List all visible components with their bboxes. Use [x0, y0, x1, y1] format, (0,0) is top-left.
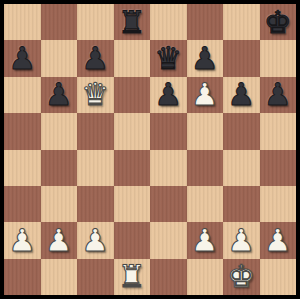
square-b8[interactable]	[41, 4, 78, 40]
square-h2[interactable]: ♟	[260, 222, 297, 258]
square-h7[interactable]	[260, 40, 297, 76]
square-g4[interactable]	[223, 150, 260, 186]
piece-black-queen[interactable]: ♛	[154, 43, 182, 74]
square-h5[interactable]	[260, 113, 297, 149]
piece-white-pawn[interactable]: ♟	[191, 79, 219, 110]
piece-black-pawn[interactable]: ♟	[81, 43, 109, 74]
square-a2[interactable]: ♟	[4, 222, 41, 258]
square-f6[interactable]: ♟	[187, 77, 224, 113]
piece-white-queen[interactable]: ♛	[81, 79, 109, 110]
square-d8[interactable]: ♜	[114, 4, 151, 40]
piece-white-pawn[interactable]: ♟	[227, 225, 255, 256]
square-c3[interactable]	[77, 186, 114, 222]
square-g7[interactable]	[223, 40, 260, 76]
square-c6[interactable]: ♛	[77, 77, 114, 113]
square-d1[interactable]: ♜	[114, 259, 151, 295]
square-a8[interactable]	[4, 4, 41, 40]
square-b4[interactable]	[41, 150, 78, 186]
square-e1[interactable]	[150, 259, 187, 295]
square-d4[interactable]	[114, 150, 151, 186]
square-h8[interactable]: ♚	[260, 4, 297, 40]
piece-black-pawn[interactable]: ♟	[227, 79, 255, 110]
square-e5[interactable]	[150, 113, 187, 149]
chess-board-frame: ♜♚♟♟♛♟♟♛♟♟♟♟♟♟♟♟♟♟♜♚	[0, 0, 300, 299]
square-e3[interactable]	[150, 186, 187, 222]
square-b3[interactable]	[41, 186, 78, 222]
square-a4[interactable]	[4, 150, 41, 186]
square-c1[interactable]	[77, 259, 114, 295]
square-a3[interactable]	[4, 186, 41, 222]
square-b5[interactable]	[41, 113, 78, 149]
piece-black-pawn[interactable]: ♟	[191, 43, 219, 74]
square-h3[interactable]	[260, 186, 297, 222]
chess-board: ♜♚♟♟♛♟♟♛♟♟♟♟♟♟♟♟♟♟♜♚	[4, 4, 296, 295]
square-d3[interactable]	[114, 186, 151, 222]
piece-black-pawn[interactable]: ♟	[154, 79, 182, 110]
square-a1[interactable]	[4, 259, 41, 295]
piece-black-king[interactable]: ♚	[264, 7, 292, 38]
square-f7[interactable]: ♟	[187, 40, 224, 76]
square-g1[interactable]: ♚	[223, 259, 260, 295]
piece-white-rook[interactable]: ♜	[118, 261, 146, 292]
square-f4[interactable]	[187, 150, 224, 186]
piece-white-pawn[interactable]: ♟	[8, 225, 36, 256]
square-e7[interactable]: ♛	[150, 40, 187, 76]
square-b1[interactable]	[41, 259, 78, 295]
square-d7[interactable]	[114, 40, 151, 76]
piece-black-pawn[interactable]: ♟	[45, 79, 73, 110]
square-e8[interactable]	[150, 4, 187, 40]
square-g5[interactable]	[223, 113, 260, 149]
square-c5[interactable]	[77, 113, 114, 149]
square-h4[interactable]	[260, 150, 297, 186]
square-a7[interactable]: ♟	[4, 40, 41, 76]
piece-white-pawn[interactable]: ♟	[45, 225, 73, 256]
square-d2[interactable]	[114, 222, 151, 258]
square-e4[interactable]	[150, 150, 187, 186]
square-f1[interactable]	[187, 259, 224, 295]
piece-black-rook[interactable]: ♜	[118, 7, 146, 38]
square-c2[interactable]: ♟	[77, 222, 114, 258]
square-c4[interactable]	[77, 150, 114, 186]
square-f5[interactable]	[187, 113, 224, 149]
square-b2[interactable]: ♟	[41, 222, 78, 258]
piece-white-king[interactable]: ♚	[227, 261, 255, 292]
square-b7[interactable]	[41, 40, 78, 76]
piece-black-pawn[interactable]: ♟	[8, 43, 36, 74]
square-h6[interactable]: ♟	[260, 77, 297, 113]
square-c8[interactable]	[77, 4, 114, 40]
square-a6[interactable]	[4, 77, 41, 113]
square-g6[interactable]: ♟	[223, 77, 260, 113]
square-f8[interactable]	[187, 4, 224, 40]
piece-white-pawn[interactable]: ♟	[264, 225, 292, 256]
square-g2[interactable]: ♟	[223, 222, 260, 258]
piece-white-pawn[interactable]: ♟	[191, 225, 219, 256]
square-g8[interactable]	[223, 4, 260, 40]
square-f3[interactable]	[187, 186, 224, 222]
square-d5[interactable]	[114, 113, 151, 149]
square-g3[interactable]	[223, 186, 260, 222]
piece-white-pawn[interactable]: ♟	[81, 225, 109, 256]
square-b6[interactable]: ♟	[41, 77, 78, 113]
square-e2[interactable]	[150, 222, 187, 258]
square-d6[interactable]	[114, 77, 151, 113]
square-f2[interactable]: ♟	[187, 222, 224, 258]
square-h1[interactable]	[260, 259, 297, 295]
square-e6[interactable]: ♟	[150, 77, 187, 113]
square-a5[interactable]	[4, 113, 41, 149]
square-c7[interactable]: ♟	[77, 40, 114, 76]
piece-black-pawn[interactable]: ♟	[264, 79, 292, 110]
